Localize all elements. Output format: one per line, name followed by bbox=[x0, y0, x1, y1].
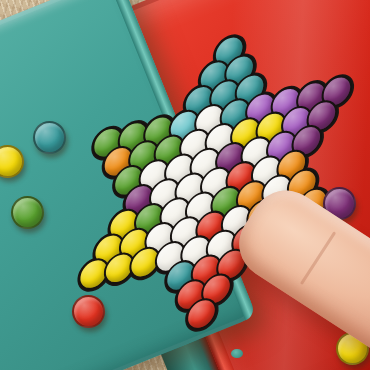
loose-disc-red[interactable] bbox=[72, 295, 105, 328]
scene bbox=[0, 0, 370, 370]
board-cell[interactable] bbox=[188, 302, 216, 330]
loose-disc-teal[interactable] bbox=[33, 121, 66, 154]
lid-dimple bbox=[231, 349, 243, 358]
loose-disc-green[interactable] bbox=[11, 196, 44, 229]
